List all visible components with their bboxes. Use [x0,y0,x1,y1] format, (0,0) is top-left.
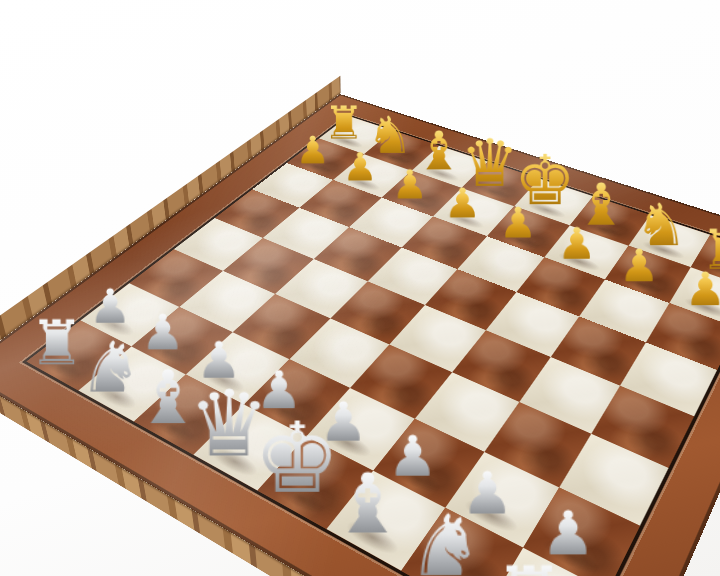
board-squares: ♜♞♝♛♚♝♞♜♟♟♟♟♟♟♟♟♟♟♟♟♟♟♟♟♜♞♝♛♚♝♞♜ [22,114,720,576]
chess-board: ♜♞♝♛♚♝♞♜♟♟♟♟♟♟♟♟♟♟♟♟♟♟♟♟♜♞♝♛♚♝♞♜ [0,94,720,576]
silver-knight-g1[interactable]: ♞ [399,506,491,576]
gold-pawn-f7[interactable]: ♟ [544,224,609,266]
gold-pawn-e7[interactable]: ♟ [486,203,549,243]
silver-rook-h1[interactable]: ♜ [481,557,577,576]
scene: ♜♞♝♛♚♝♞♜♟♟♟♟♟♟♟♟♟♟♟♟♟♟♟♟♜♞♝♛♚♝♞♜ [0,0,720,576]
gold-pawn-g7[interactable]: ♟ [606,245,673,288]
gold-pawn-d7[interactable]: ♟ [432,184,493,223]
gold-pawn-h7[interactable]: ♟ [671,268,720,312]
photo-canvas: ♜♞♝♛♚♝♞♜♟♟♟♟♟♟♟♟♟♟♟♟♟♟♟♟♜♞♝♛♚♝♞♜ [0,0,720,576]
gold-pawn-c7[interactable]: ♟ [380,166,439,204]
